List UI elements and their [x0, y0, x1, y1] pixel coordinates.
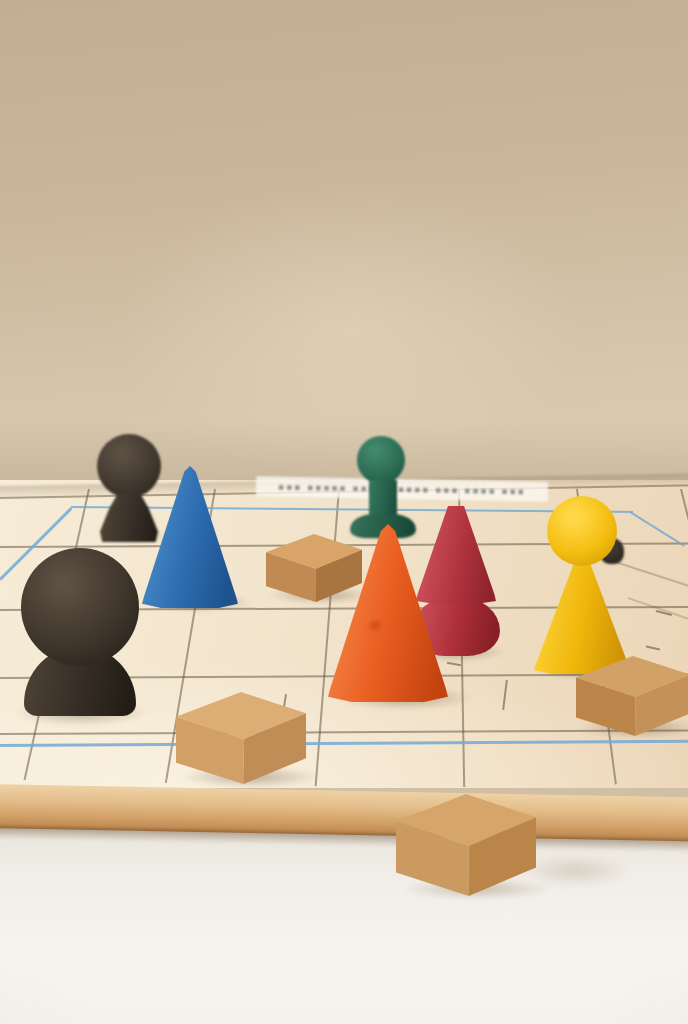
wood-block-front[interactable]	[176, 692, 306, 784]
board-game-photo: ▪▪▪ ▪▪▪▪▪ ▪▪▪ ▪▪▪▪▪▪ ▪▪▪ ▪▪▪▪ ▪▪▪	[0, 0, 688, 1024]
black-large-pawn-head	[21, 548, 139, 666]
yellow-pawn[interactable]	[534, 494, 630, 674]
blue-cone[interactable]	[142, 466, 238, 608]
black-large-pawn[interactable]	[18, 548, 142, 718]
blue-cone-body	[142, 466, 238, 608]
orange-cone-body	[328, 524, 448, 702]
orange-cone-dent	[366, 618, 384, 633]
wood-block-off-board[interactable]	[396, 794, 536, 896]
yellow-pawn-head	[547, 496, 617, 566]
green-pawn[interactable]	[348, 436, 418, 538]
orange-cone[interactable]	[328, 524, 448, 702]
green-pawn-head	[357, 436, 405, 484]
wood-block-right[interactable]	[576, 656, 688, 736]
